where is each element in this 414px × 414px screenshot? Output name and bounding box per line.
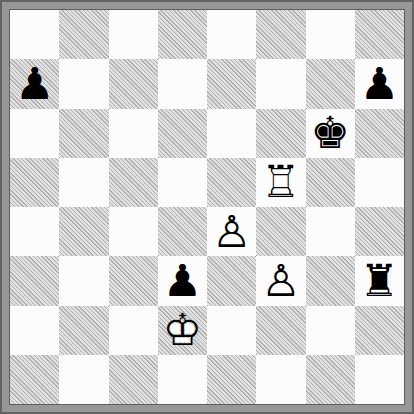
square-c5[interactable]	[109, 158, 158, 207]
square-b3[interactable]	[59, 256, 108, 305]
square-b7[interactable]	[59, 59, 108, 108]
square-c6[interactable]	[109, 109, 158, 158]
square-g2[interactable]	[306, 306, 355, 355]
square-h7[interactable]: ♟	[355, 59, 404, 108]
white-pawn[interactable]: ♙	[261, 259, 300, 303]
square-e1[interactable]	[207, 355, 256, 404]
square-a1[interactable]	[10, 355, 59, 404]
square-e7[interactable]	[207, 59, 256, 108]
square-c8[interactable]	[109, 10, 158, 59]
white-rook[interactable]: ♖	[261, 160, 300, 204]
square-d2[interactable]: ♔	[158, 306, 207, 355]
black-rook[interactable]: ♜	[360, 259, 399, 303]
square-b1[interactable]	[59, 355, 108, 404]
square-d4[interactable]	[158, 207, 207, 256]
black-pawn[interactable]: ♟	[15, 62, 54, 106]
black-king[interactable]: ♚	[310, 111, 349, 155]
square-c3[interactable]	[109, 256, 158, 305]
square-h8[interactable]	[355, 10, 404, 59]
square-g4[interactable]	[306, 207, 355, 256]
black-pawn[interactable]: ♟	[360, 62, 399, 106]
square-h1[interactable]	[355, 355, 404, 404]
square-c4[interactable]	[109, 207, 158, 256]
square-b2[interactable]	[59, 306, 108, 355]
square-c7[interactable]	[109, 59, 158, 108]
square-a3[interactable]	[10, 256, 59, 305]
white-pawn[interactable]: ♙	[212, 210, 251, 254]
square-d3[interactable]: ♟	[158, 256, 207, 305]
square-b5[interactable]	[59, 158, 108, 207]
square-h3[interactable]: ♜	[355, 256, 404, 305]
square-a4[interactable]	[10, 207, 59, 256]
square-d5[interactable]	[158, 158, 207, 207]
square-b4[interactable]	[59, 207, 108, 256]
square-b6[interactable]	[59, 109, 108, 158]
square-h6[interactable]	[355, 109, 404, 158]
chess-board: ♟♟♚♖♙♟♙♜♔	[9, 9, 405, 405]
white-king[interactable]: ♔	[163, 308, 202, 352]
square-f2[interactable]	[256, 306, 305, 355]
black-pawn[interactable]: ♟	[163, 259, 202, 303]
square-f3[interactable]: ♙	[256, 256, 305, 305]
square-h4[interactable]	[355, 207, 404, 256]
square-h5[interactable]	[355, 158, 404, 207]
square-e8[interactable]	[207, 10, 256, 59]
square-e5[interactable]	[207, 158, 256, 207]
square-g5[interactable]	[306, 158, 355, 207]
square-c2[interactable]	[109, 306, 158, 355]
square-f7[interactable]	[256, 59, 305, 108]
square-d6[interactable]	[158, 109, 207, 158]
square-g3[interactable]	[306, 256, 355, 305]
square-c1[interactable]	[109, 355, 158, 404]
square-a5[interactable]	[10, 158, 59, 207]
square-e6[interactable]	[207, 109, 256, 158]
square-b8[interactable]	[59, 10, 108, 59]
square-a6[interactable]	[10, 109, 59, 158]
square-a7[interactable]: ♟	[10, 59, 59, 108]
square-d7[interactable]	[158, 59, 207, 108]
square-h2[interactable]	[355, 306, 404, 355]
square-f6[interactable]	[256, 109, 305, 158]
square-a2[interactable]	[10, 306, 59, 355]
square-e2[interactable]	[207, 306, 256, 355]
square-g6[interactable]: ♚	[306, 109, 355, 158]
square-e4[interactable]: ♙	[207, 207, 256, 256]
square-d1[interactable]	[158, 355, 207, 404]
square-f5[interactable]: ♖	[256, 158, 305, 207]
square-d8[interactable]	[158, 10, 207, 59]
square-e3[interactable]	[207, 256, 256, 305]
square-a8[interactable]	[10, 10, 59, 59]
square-g1[interactable]	[306, 355, 355, 404]
square-g8[interactable]	[306, 10, 355, 59]
square-f4[interactable]	[256, 207, 305, 256]
square-g7[interactable]	[306, 59, 355, 108]
square-f1[interactable]	[256, 355, 305, 404]
board-frame: ♟♟♚♖♙♟♙♜♔	[0, 0, 414, 414]
square-f8[interactable]	[256, 10, 305, 59]
